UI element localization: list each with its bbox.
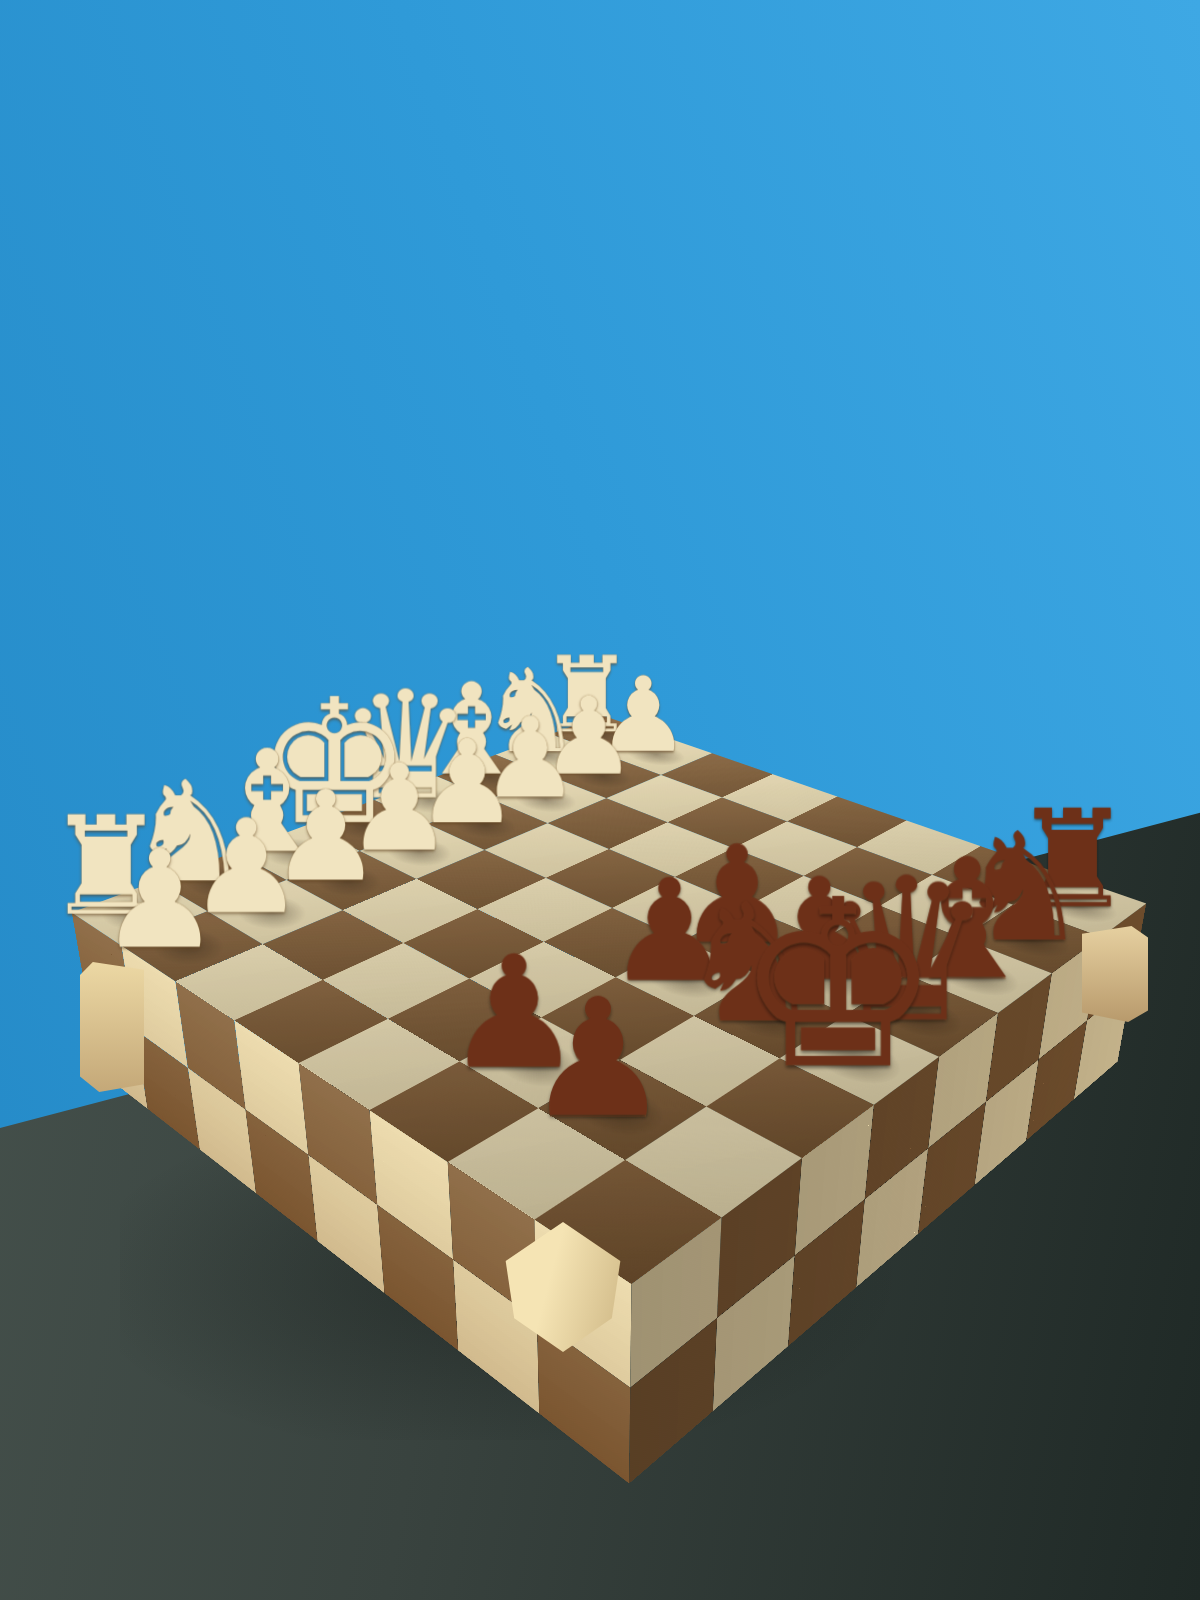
chess-box: ♜♟♜♞♟♞♝♟♝♛♟♟♟♛♚♟♟♞♚♝♟♞♟♟♟♜♟ xyxy=(72,715,1147,1284)
black-pawn-g7: ♟ xyxy=(524,978,670,1141)
board-scene: ♜♟♜♞♟♞♝♟♝♛♟♟♟♛♚♟♟♞♚♝♟♞♟♟♟♜♟ xyxy=(0,0,1200,1600)
corner-foot-left xyxy=(80,962,144,1092)
chess-board: ♜♟♜♞♟♞♝♟♝♛♟♟♟♛♚♟♟♞♚♝♟♞♟♟♟♜♟ xyxy=(72,715,1147,1284)
white-pawn-h2: ♟ xyxy=(99,832,221,968)
corner-foot-right xyxy=(1082,926,1148,1022)
square-e8: ♚ xyxy=(780,1015,939,1105)
black-king-e8: ♚ xyxy=(734,870,941,1101)
photo-stage: ♜♟♜♞♟♞♝♟♝♛♟♟♟♛♚♟♟♞♚♝♟♞♟♟♟♜♟ xyxy=(0,0,1200,1600)
